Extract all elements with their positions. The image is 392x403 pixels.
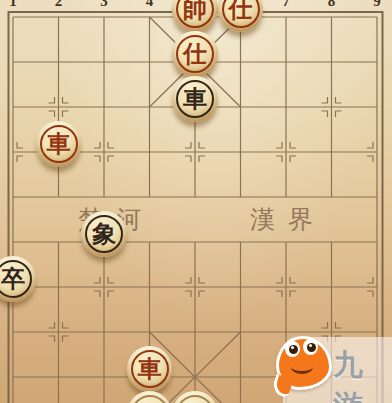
piece-ring: 車 [40,125,78,163]
piece-character: 象 [92,222,116,246]
piece-ring: 車 [131,350,169,388]
red-chariot[interactable]: 車 [36,121,82,167]
red-advisor[interactable]: 仕 [172,31,218,77]
black-soldier[interactable]: 卒 [0,256,36,302]
mascot-eye [285,341,300,357]
black-elephant[interactable]: 象 [81,211,127,257]
mascot-eye [303,339,318,355]
piece-ring [131,395,169,403]
red-general[interactable]: 帥 [172,0,218,32]
red-advisor[interactable]: 仕 [218,0,264,32]
piece-ring: 車 [176,80,214,118]
mascot-glint [309,344,312,347]
piece-character: 車 [138,357,162,381]
mascot-glint [291,346,294,349]
mascot-pupil [289,345,298,354]
red-chariot[interactable]: 車 [127,346,173,392]
piece-ring: 卒 [0,260,32,298]
jiuyou-logo-text: 九游 [333,345,392,403]
black-chariot[interactable]: 車 [172,76,218,122]
piece-character: 車 [183,87,207,111]
xiangqi-board: 123456789 楚河 漢界 帥仕仕車車象卒車 九游 [0,0,392,403]
piece-ring: 帥 [176,0,214,28]
piece-ring: 仕 [176,35,214,73]
mascot-pupil [307,343,316,352]
cut-off-piece[interactable] [172,391,218,403]
piece-character: 仕 [183,42,207,66]
jiuyou-mascot-icon [276,336,332,390]
piece-ring: 象 [85,215,123,253]
piece-character: 帥 [183,0,207,21]
mascot-smile [291,360,313,374]
piece-character: 仕 [229,0,253,21]
piece-ring: 仕 [222,0,260,28]
piece-character: 卒 [1,267,25,291]
piece-ring [176,395,214,403]
piece-character: 車 [47,132,71,156]
